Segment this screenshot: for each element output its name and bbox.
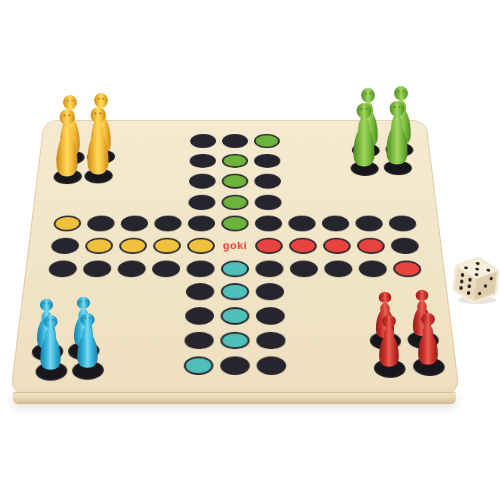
cell-6-9-blue (221, 307, 249, 324)
ludo-product-photo: goki (0, 0, 500, 500)
yard-hole-red-3 (373, 359, 406, 378)
yard-hole-yellow-3 (53, 169, 83, 184)
cell-7-9 (256, 307, 285, 324)
yard-hole-red-1 (370, 332, 403, 350)
cell-7-6-red (255, 238, 283, 254)
cell-5-3 (189, 174, 215, 189)
cell-10-5 (355, 216, 383, 232)
cell-10-7 (359, 260, 388, 277)
cell-1-5-yellow (53, 216, 81, 232)
ludo-board: goki (10, 120, 460, 395)
yard-hole-yellow-2 (87, 150, 116, 165)
cell-3-5 (120, 216, 148, 232)
cell-1-7 (48, 260, 77, 277)
cell-7-7 (256, 260, 284, 277)
cell-6-4-green (222, 195, 249, 210)
cell-6-1 (222, 134, 248, 148)
cell-11-7-red (393, 260, 422, 277)
yard-hole-blue-4 (72, 361, 105, 380)
die (452, 256, 500, 306)
cell-1-6 (50, 238, 79, 254)
cell-5-4 (188, 195, 215, 210)
cell-7-8 (256, 283, 284, 300)
cell-7-4 (255, 195, 282, 210)
cell-9-5 (322, 216, 350, 232)
cell-6-5-green (222, 216, 249, 232)
cell-6-10-blue (221, 331, 250, 349)
cell-11-5 (389, 216, 417, 232)
cell-3-6-yellow (119, 238, 147, 254)
yard-hole-green-2 (385, 142, 414, 156)
cell-2-6-yellow (85, 238, 114, 254)
cell-10-6-red (357, 238, 386, 254)
cell-5-10 (184, 331, 213, 349)
yard-hole-green-3 (350, 161, 379, 176)
cell-7-3 (255, 174, 281, 189)
goki-logo: goki (216, 234, 254, 259)
cell-7-10 (256, 331, 285, 349)
cell-5-8 (186, 283, 214, 300)
yard-hole-yellow-1 (56, 150, 85, 165)
cell-5-1 (190, 134, 216, 148)
cell-5-11-blue (184, 357, 214, 375)
cell-8-7 (290, 260, 318, 277)
yard-hole-green-4 (383, 160, 413, 175)
cell-6-8-blue (221, 283, 249, 300)
cell-7-11 (257, 357, 287, 375)
cell-9-7 (324, 260, 353, 277)
yard-hole-blue-1 (30, 343, 63, 361)
cell-5-9 (185, 307, 214, 324)
cell-7-5 (255, 216, 282, 232)
cell-6-11 (220, 357, 249, 375)
cell-9-6-red (323, 238, 351, 254)
cell-8-5 (288, 216, 315, 232)
cell-5-6-yellow (187, 238, 215, 254)
yard-hole-red-2 (406, 331, 439, 349)
yard-hole-blue-3 (34, 362, 67, 381)
cell-5-2 (190, 154, 216, 169)
cell-3-7 (117, 260, 146, 277)
cell-6-2-green (222, 154, 248, 169)
board-front-edge (13, 392, 456, 404)
yard-hole-yellow-4 (84, 168, 113, 183)
yard-hole-green-1 (351, 143, 380, 157)
cell-2-5 (87, 216, 115, 232)
cell-4-5 (154, 216, 181, 232)
yard-hole-red-4 (412, 357, 446, 376)
cell-11-6 (391, 238, 420, 254)
cell-4-6-yellow (153, 238, 181, 254)
cell-4-7 (152, 260, 180, 277)
cell-5-5 (188, 216, 215, 232)
cell-8-6-red (289, 238, 317, 254)
cell-2-7 (82, 260, 111, 277)
yard-hole-blue-2 (68, 341, 101, 359)
cell-6-3-green (222, 174, 248, 189)
cell-7-1-green (254, 134, 280, 148)
cell-5-7 (186, 260, 214, 277)
cell-7-2 (254, 154, 280, 169)
cell-6-7-blue (221, 260, 249, 277)
